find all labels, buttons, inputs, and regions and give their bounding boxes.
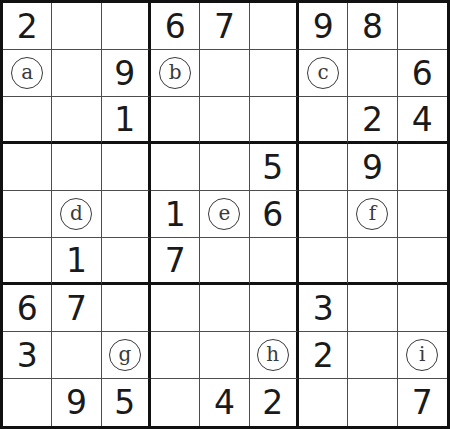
cell-r1c6[interactable]	[250, 3, 299, 50]
given-digit: 7	[165, 244, 186, 277]
cell-r7c7[interactable]: 3	[299, 285, 348, 332]
cell-r3c1[interactable]	[3, 97, 52, 144]
cell-r8c3[interactable]: g	[102, 332, 151, 379]
cell-r1c9[interactable]	[398, 3, 447, 50]
cell-r1c3[interactable]	[102, 3, 151, 50]
cell-r9c9[interactable]: 7	[398, 379, 447, 426]
circled-letter-marker: d	[60, 198, 92, 230]
cell-r5c8[interactable]: f	[348, 191, 397, 238]
cell-r3c9[interactable]: 4	[398, 97, 447, 144]
given-digit: 9	[114, 57, 135, 90]
cell-r7c6[interactable]	[250, 285, 299, 332]
cell-r1c2[interactable]	[52, 3, 101, 50]
cell-r7c9[interactable]	[398, 285, 447, 332]
cell-r3c2[interactable]	[52, 97, 101, 144]
cell-r8c8[interactable]	[348, 332, 397, 379]
cell-r1c1[interactable]: 2	[3, 3, 52, 50]
cell-r6c3[interactable]	[102, 238, 151, 285]
cell-r8c5[interactable]	[200, 332, 249, 379]
cell-r6c9[interactable]	[398, 238, 447, 285]
cell-r8c6[interactable]: h	[250, 332, 299, 379]
given-digit: 2	[17, 10, 38, 43]
given-digit: 4	[214, 386, 235, 419]
cell-r5c9[interactable]	[398, 191, 447, 238]
cell-r9c6[interactable]: 2	[250, 379, 299, 426]
cell-r5c3[interactable]	[102, 191, 151, 238]
cell-r2c8[interactable]	[348, 50, 397, 97]
given-digit: 6	[165, 10, 186, 43]
cell-r2c6[interactable]	[250, 50, 299, 97]
cell-r9c8[interactable]	[348, 379, 397, 426]
given-digit: 4	[412, 103, 433, 136]
cell-r2c2[interactable]	[52, 50, 101, 97]
cell-r6c1[interactable]	[3, 238, 52, 285]
cell-r3c6[interactable]	[250, 97, 299, 144]
cell-r9c2[interactable]: 9	[52, 379, 101, 426]
cell-r9c4[interactable]	[151, 379, 200, 426]
cell-r4c9[interactable]	[398, 144, 447, 191]
cell-r3c8[interactable]: 2	[348, 97, 397, 144]
given-digit: 6	[262, 198, 283, 231]
given-digit: 1	[165, 198, 186, 231]
sudoku-board: 26798a9bc612459d1e6f176733gh2i95427	[0, 0, 450, 429]
cell-r7c4[interactable]	[151, 285, 200, 332]
given-digit: 1	[66, 244, 87, 277]
cell-r8c7[interactable]: 2	[299, 332, 348, 379]
cell-r4c4[interactable]	[151, 144, 200, 191]
given-digit: 9	[313, 10, 334, 43]
cell-r5c5[interactable]: e	[200, 191, 249, 238]
cell-r8c2[interactable]	[52, 332, 101, 379]
cell-r5c6[interactable]: 6	[250, 191, 299, 238]
cell-r3c5[interactable]	[200, 97, 249, 144]
cell-r6c4[interactable]: 7	[151, 238, 200, 285]
cell-r2c4[interactable]: b	[151, 50, 200, 97]
cell-r7c1[interactable]: 6	[3, 285, 52, 332]
cell-r2c7[interactable]: c	[299, 50, 348, 97]
cell-r7c5[interactable]	[200, 285, 249, 332]
cell-r5c2[interactable]: d	[52, 191, 101, 238]
circled-letter-marker: i	[406, 339, 438, 371]
circled-letter-marker: c	[307, 57, 339, 89]
given-digit: 3	[17, 339, 38, 372]
given-digit: 5	[114, 386, 135, 419]
cell-r1c7[interactable]: 9	[299, 3, 348, 50]
circled-letter-marker: g	[109, 339, 141, 371]
cell-r2c1[interactable]: a	[3, 50, 52, 97]
cell-r1c8[interactable]: 8	[348, 3, 397, 50]
cell-r5c4[interactable]: 1	[151, 191, 200, 238]
circled-letter-marker: f	[356, 198, 388, 230]
cell-r3c7[interactable]	[299, 97, 348, 144]
given-digit: 8	[362, 10, 383, 43]
cell-r6c8[interactable]	[348, 238, 397, 285]
cell-r8c9[interactable]: i	[398, 332, 447, 379]
cell-r4c1[interactable]	[3, 144, 52, 191]
cell-r4c2[interactable]	[52, 144, 101, 191]
cell-r7c2[interactable]: 7	[52, 285, 101, 332]
given-digit: 6	[17, 292, 38, 325]
cell-r9c5[interactable]: 4	[200, 379, 249, 426]
cell-r5c1[interactable]	[3, 191, 52, 238]
cell-r4c7[interactable]	[299, 144, 348, 191]
cell-r2c3[interactable]: 9	[102, 50, 151, 97]
cell-r7c3[interactable]	[102, 285, 151, 332]
cell-r5c7[interactable]	[299, 191, 348, 238]
cell-r4c6[interactable]: 5	[250, 144, 299, 191]
cell-r4c8[interactable]: 9	[348, 144, 397, 191]
cell-r8c4[interactable]	[151, 332, 200, 379]
cell-r8c1[interactable]: 3	[3, 332, 52, 379]
circled-letter-marker: b	[159, 57, 191, 89]
cell-r1c5[interactable]: 7	[200, 3, 249, 50]
given-digit: 3	[313, 292, 334, 325]
cell-r6c2[interactable]: 1	[52, 238, 101, 285]
cell-r6c5[interactable]	[200, 238, 249, 285]
given-digit: 9	[66, 386, 87, 419]
cell-r2c5[interactable]	[200, 50, 249, 97]
cell-r9c1[interactable]	[3, 379, 52, 426]
circled-letter-marker: e	[208, 198, 240, 230]
given-digit: 7	[412, 386, 433, 419]
cell-r3c3[interactable]: 1	[102, 97, 151, 144]
cell-r3c4[interactable]	[151, 97, 200, 144]
given-digit: 9	[362, 151, 383, 184]
cell-r7c8[interactable]	[348, 285, 397, 332]
cell-r4c3[interactable]	[102, 144, 151, 191]
cell-r9c3[interactable]: 5	[102, 379, 151, 426]
given-digit: 2	[313, 339, 334, 372]
given-digit: 1	[114, 103, 135, 136]
given-digit: 6	[412, 57, 433, 90]
given-digit: 7	[66, 292, 87, 325]
circled-letter-marker: h	[257, 339, 289, 371]
cell-r4c5[interactable]	[200, 144, 249, 191]
cell-r2c9[interactable]: 6	[398, 50, 447, 97]
cell-r1c4[interactable]: 6	[151, 3, 200, 50]
given-digit: 7	[214, 10, 235, 43]
cell-r6c7[interactable]	[299, 238, 348, 285]
circled-letter-marker: a	[11, 57, 43, 89]
given-digit: 5	[262, 151, 283, 184]
given-digit: 2	[262, 386, 283, 419]
given-digit: 2	[362, 103, 383, 136]
cell-r6c6[interactable]	[250, 238, 299, 285]
cell-r9c7[interactable]	[299, 379, 348, 426]
